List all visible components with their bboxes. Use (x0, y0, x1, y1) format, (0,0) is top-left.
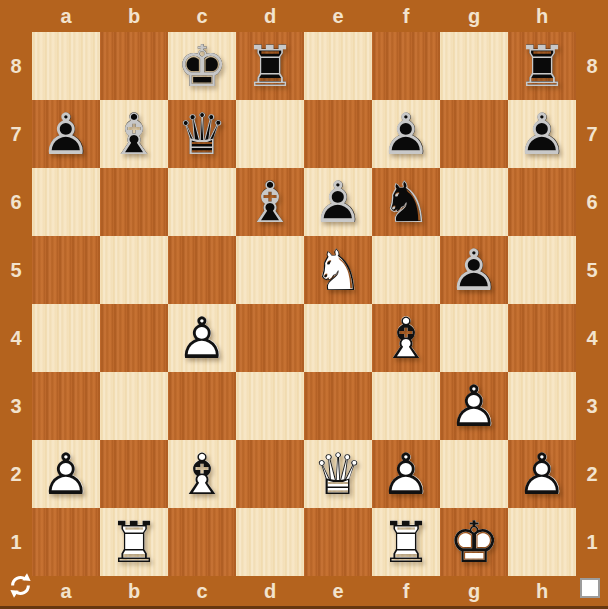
square-d7[interactable] (236, 100, 304, 168)
square-d8[interactable]: ♜♖ (236, 32, 304, 100)
black-pawn-outline-icon: ♙ (440, 236, 508, 304)
square-c2[interactable]: ♝♗ (168, 440, 236, 508)
piece-black-pawn[interactable]: ♟♙ (508, 100, 576, 168)
square-g6[interactable] (440, 168, 508, 236)
file-label-g-top: g (440, 0, 508, 32)
square-c1[interactable] (168, 508, 236, 576)
white-pawn-outline-icon: ♙ (508, 440, 576, 508)
white-bishop-outline-icon: ♗ (168, 440, 236, 508)
file-label-b-top: b (100, 0, 168, 32)
file-label-f-bottom: f (372, 576, 440, 606)
piece-white-knight[interactable]: ♞♘ (304, 236, 372, 304)
file-label-a-top: a (32, 0, 100, 32)
rank-label-7-left: 7 (0, 100, 32, 168)
piece-black-pawn[interactable]: ♟♙ (372, 100, 440, 168)
file-label-f-top: f (372, 0, 440, 32)
square-d6[interactable]: ♝♗ (236, 168, 304, 236)
square-g2[interactable] (440, 440, 508, 508)
rank-labels-left: 87654321 (0, 32, 32, 576)
square-d4[interactable] (236, 304, 304, 372)
file-label-a-bottom: a (32, 576, 100, 606)
square-c4[interactable]: ♟♙ (168, 304, 236, 372)
square-b3[interactable] (100, 372, 168, 440)
square-b5[interactable] (100, 236, 168, 304)
square-f1[interactable]: ♜♖ (372, 508, 440, 576)
piece-black-pawn[interactable]: ♟♙ (304, 168, 372, 236)
square-f2[interactable]: ♟♙ (372, 440, 440, 508)
square-a8[interactable] (32, 32, 100, 100)
piece-white-pawn[interactable]: ♟♙ (32, 440, 100, 508)
square-e6[interactable]: ♟♙ (304, 168, 372, 236)
piece-black-queen[interactable]: ♛♕ (168, 100, 236, 168)
rank-label-8-left: 8 (0, 32, 32, 100)
rank-label-1-left: 1 (0, 508, 32, 576)
piece-white-rook[interactable]: ♜♖ (100, 508, 168, 576)
piece-black-rook[interactable]: ♜♖ (236, 32, 304, 100)
file-label-c-top: c (168, 0, 236, 32)
rank-label-2-left: 2 (0, 440, 32, 508)
square-d3[interactable] (236, 372, 304, 440)
square-a7[interactable]: ♟♙ (32, 100, 100, 168)
file-label-d-bottom: d (236, 576, 304, 606)
file-label-h-top: h (508, 0, 576, 32)
square-f8[interactable] (372, 32, 440, 100)
square-a4[interactable] (32, 304, 100, 372)
square-g5[interactable]: ♟♙ (440, 236, 508, 304)
black-king-outline-icon: ♔ (168, 32, 236, 100)
file-label-h-bottom: h (508, 576, 576, 606)
file-label-g-bottom: g (440, 576, 508, 606)
black-pawn-outline-icon: ♙ (372, 100, 440, 168)
black-rook-outline-icon: ♖ (236, 32, 304, 100)
rank-label-4-left: 4 (0, 304, 32, 372)
piece-black-king[interactable]: ♚♔ (168, 32, 236, 100)
square-e3[interactable] (304, 372, 372, 440)
square-g1[interactable]: ♚♔ (440, 508, 508, 576)
white-pawn-outline-icon: ♙ (32, 440, 100, 508)
black-pawn-outline-icon: ♙ (508, 100, 576, 168)
square-a6[interactable] (32, 168, 100, 236)
square-c3[interactable] (168, 372, 236, 440)
white-pawn-outline-icon: ♙ (372, 440, 440, 508)
square-h3[interactable] (508, 372, 576, 440)
black-pawn-outline-icon: ♙ (32, 100, 100, 168)
piece-black-rook[interactable]: ♜♖ (508, 32, 576, 100)
piece-white-pawn[interactable]: ♟♙ (372, 440, 440, 508)
flip-board-button[interactable] (7, 572, 34, 599)
square-a1[interactable] (32, 508, 100, 576)
white-bishop-outline-icon: ♗ (372, 304, 440, 372)
piece-white-rook[interactable]: ♜♖ (372, 508, 440, 576)
piece-black-bishop[interactable]: ♝♗ (236, 168, 304, 236)
square-c7[interactable]: ♛♕ (168, 100, 236, 168)
square-d5[interactable] (236, 236, 304, 304)
file-label-e-top: e (304, 0, 372, 32)
white-pawn-outline-icon: ♙ (440, 372, 508, 440)
square-g4[interactable] (440, 304, 508, 372)
file-labels-top: abcdefgh (32, 0, 576, 32)
rank-label-4-right: 4 (576, 304, 608, 372)
piece-black-knight[interactable]: ♞♘ (372, 168, 440, 236)
black-queen-outline-icon: ♕ (168, 100, 236, 168)
circular-arrows-icon (7, 572, 34, 599)
rank-label-3-left: 3 (0, 372, 32, 440)
square-h1[interactable] (508, 508, 576, 576)
rank-label-3-right: 3 (576, 372, 608, 440)
white-pawn-outline-icon: ♙ (168, 304, 236, 372)
rank-label-5-right: 5 (576, 236, 608, 304)
square-a3[interactable] (32, 372, 100, 440)
piece-white-pawn[interactable]: ♟♙ (168, 304, 236, 372)
black-knight-outline-icon: ♘ (372, 168, 440, 236)
square-g7[interactable] (440, 100, 508, 168)
piece-white-king[interactable]: ♚♔ (440, 508, 508, 576)
square-e7[interactable] (304, 100, 372, 168)
piece-white-pawn[interactable]: ♟♙ (508, 440, 576, 508)
black-bishop-outline-icon: ♗ (236, 168, 304, 236)
square-d1[interactable] (236, 508, 304, 576)
square-b2[interactable] (100, 440, 168, 508)
piece-black-bishop[interactable]: ♝♗ (100, 100, 168, 168)
chess-diagram: abcdefgh abcdefgh 87654321 87654321 ♚♔♜♖… (0, 0, 608, 609)
file-label-d-top: d (236, 0, 304, 32)
square-d2[interactable] (236, 440, 304, 508)
black-pawn-outline-icon: ♙ (304, 168, 372, 236)
square-e1[interactable] (304, 508, 372, 576)
square-b8[interactable] (100, 32, 168, 100)
piece-white-pawn[interactable]: ♟♙ (440, 372, 508, 440)
square-c8[interactable]: ♚♔ (168, 32, 236, 100)
square-h5[interactable] (508, 236, 576, 304)
rank-label-1-right: 1 (576, 508, 608, 576)
square-e2[interactable]: ♛♕ (304, 440, 372, 508)
square-h2[interactable]: ♟♙ (508, 440, 576, 508)
square-f6[interactable]: ♞♘ (372, 168, 440, 236)
square-e5[interactable]: ♞♘ (304, 236, 372, 304)
rank-label-7-right: 7 (576, 100, 608, 168)
black-bishop-outline-icon: ♗ (100, 100, 168, 168)
white-king-outline-icon: ♔ (440, 508, 508, 576)
piece-white-bishop[interactable]: ♝♗ (168, 440, 236, 508)
square-b1[interactable]: ♜♖ (100, 508, 168, 576)
black-rook-outline-icon: ♖ (508, 32, 576, 100)
square-h8[interactable]: ♜♖ (508, 32, 576, 100)
piece-black-pawn[interactable]: ♟♙ (440, 236, 508, 304)
square-g8[interactable] (440, 32, 508, 100)
square-h7[interactable]: ♟♙ (508, 100, 576, 168)
piece-white-bishop[interactable]: ♝♗ (372, 304, 440, 372)
chess-board: ♚♔♜♖♜♖♟♙♝♗♛♕♟♙♟♙♝♗♟♙♞♘♞♘♟♙♟♙♝♗♟♙♟♙♝♗♛♕♟♙… (32, 32, 576, 576)
square-f4[interactable]: ♝♗ (372, 304, 440, 372)
square-a5[interactable] (32, 236, 100, 304)
piece-white-queen[interactable]: ♛♕ (304, 440, 372, 508)
rank-label-2-right: 2 (576, 440, 608, 508)
square-b4[interactable] (100, 304, 168, 372)
square-h4[interactable] (508, 304, 576, 372)
file-label-c-bottom: c (168, 576, 236, 606)
rank-labels-right: 87654321 (576, 32, 608, 576)
square-e8[interactable] (304, 32, 372, 100)
file-label-b-bottom: b (100, 576, 168, 606)
rank-label-8-right: 8 (576, 32, 608, 100)
square-b6[interactable] (100, 168, 168, 236)
white-queen-outline-icon: ♕ (304, 440, 372, 508)
side-to-move-indicator (580, 578, 600, 598)
rank-label-6-left: 6 (0, 168, 32, 236)
piece-black-pawn[interactable]: ♟♙ (32, 100, 100, 168)
file-labels-bottom: abcdefgh (32, 576, 576, 606)
square-f3[interactable] (372, 372, 440, 440)
square-c5[interactable] (168, 236, 236, 304)
square-h6[interactable] (508, 168, 576, 236)
white-rook-outline-icon: ♖ (100, 508, 168, 576)
white-knight-outline-icon: ♘ (304, 236, 372, 304)
square-a2[interactable]: ♟♙ (32, 440, 100, 508)
square-f5[interactable] (372, 236, 440, 304)
white-rook-outline-icon: ♖ (372, 508, 440, 576)
square-f7[interactable]: ♟♙ (372, 100, 440, 168)
square-b7[interactable]: ♝♗ (100, 100, 168, 168)
rank-label-5-left: 5 (0, 236, 32, 304)
square-e4[interactable] (304, 304, 372, 372)
file-label-e-bottom: e (304, 576, 372, 606)
square-g3[interactable]: ♟♙ (440, 372, 508, 440)
square-c6[interactable] (168, 168, 236, 236)
rank-label-6-right: 6 (576, 168, 608, 236)
